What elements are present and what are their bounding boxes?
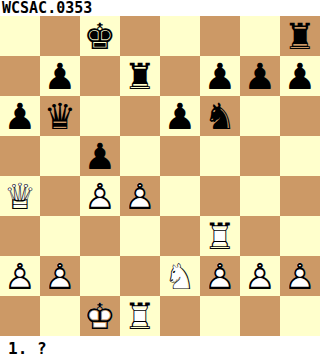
black-pawn-glyph: ♟: [200, 56, 240, 96]
piece-black-rook[interactable]: ♜: [280, 16, 320, 56]
square-d4[interactable]: ♟♙: [120, 176, 160, 216]
piece-white-pawn[interactable]: ♟♙: [200, 256, 240, 296]
square-a8[interactable]: [0, 16, 40, 56]
chess-puzzle-window: WCSAC.0353 ♚♜♟♜♟♟♟♟♛♟♞♟♛♕♟♙♟♙♜♖♟♙♟♙♞♘♟♙♟…: [0, 0, 320, 360]
square-h1[interactable]: [280, 296, 320, 336]
black-pawn-glyph: ♟: [280, 56, 320, 96]
piece-black-rook[interactable]: ♜: [120, 56, 160, 96]
square-g3[interactable]: [240, 216, 280, 256]
square-f8[interactable]: [200, 16, 240, 56]
square-f6[interactable]: ♞: [200, 96, 240, 136]
square-b8[interactable]: [40, 16, 80, 56]
square-e1[interactable]: [160, 296, 200, 336]
square-b6[interactable]: ♛: [40, 96, 80, 136]
black-pawn-glyph: ♟: [80, 136, 120, 176]
square-g6[interactable]: [240, 96, 280, 136]
white-rook-outline: ♖: [120, 296, 160, 336]
black-rook-glyph: ♜: [120, 56, 160, 96]
white-pawn-outline: ♙: [240, 256, 280, 296]
square-f3[interactable]: ♜♖: [200, 216, 240, 256]
square-e7[interactable]: [160, 56, 200, 96]
square-a3[interactable]: [0, 216, 40, 256]
piece-white-pawn[interactable]: ♟♙: [120, 176, 160, 216]
square-b2[interactable]: ♟♙: [40, 256, 80, 296]
piece-white-pawn[interactable]: ♟♙: [240, 256, 280, 296]
square-f4[interactable]: [200, 176, 240, 216]
square-a5[interactable]: [0, 136, 40, 176]
white-pawn-outline: ♙: [80, 176, 120, 216]
square-h7[interactable]: ♟: [280, 56, 320, 96]
piece-white-pawn[interactable]: ♟♙: [40, 256, 80, 296]
square-c5[interactable]: ♟: [80, 136, 120, 176]
square-h6[interactable]: [280, 96, 320, 136]
square-h3[interactable]: [280, 216, 320, 256]
white-pawn-outline: ♙: [280, 256, 320, 296]
square-g5[interactable]: [240, 136, 280, 176]
header: WCSAC.0353: [0, 0, 320, 16]
square-b7[interactable]: ♟: [40, 56, 80, 96]
square-g4[interactable]: [240, 176, 280, 216]
square-h2[interactable]: ♟♙: [280, 256, 320, 296]
square-a6[interactable]: ♟: [0, 96, 40, 136]
square-c7[interactable]: [80, 56, 120, 96]
square-h8[interactable]: ♜: [280, 16, 320, 56]
square-f5[interactable]: [200, 136, 240, 176]
square-f2[interactable]: ♟♙: [200, 256, 240, 296]
piece-white-king[interactable]: ♚♔: [80, 296, 120, 336]
piece-black-pawn[interactable]: ♟: [200, 56, 240, 96]
black-pawn-glyph: ♟: [160, 96, 200, 136]
black-pawn-glyph: ♟: [240, 56, 280, 96]
square-g1[interactable]: [240, 296, 280, 336]
square-d6[interactable]: [120, 96, 160, 136]
black-king-glyph: ♚: [80, 16, 120, 56]
piece-black-pawn[interactable]: ♟: [40, 56, 80, 96]
piece-white-pawn[interactable]: ♟♙: [280, 256, 320, 296]
piece-black-pawn[interactable]: ♟: [160, 96, 200, 136]
square-c6[interactable]: [80, 96, 120, 136]
square-c8[interactable]: ♚: [80, 16, 120, 56]
black-pawn-glyph: ♟: [40, 56, 80, 96]
square-d2[interactable]: [120, 256, 160, 296]
piece-black-pawn[interactable]: ♟: [240, 56, 280, 96]
white-pawn-outline: ♙: [40, 256, 80, 296]
square-e2[interactable]: ♞♘: [160, 256, 200, 296]
square-a4[interactable]: ♛♕: [0, 176, 40, 216]
piece-white-queen[interactable]: ♛♕: [0, 176, 40, 216]
white-pawn-outline: ♙: [0, 256, 40, 296]
black-queen-glyph: ♛: [40, 96, 80, 136]
footer: 1. ?: [0, 336, 320, 360]
square-c1[interactable]: ♚♔: [80, 296, 120, 336]
square-a7[interactable]: [0, 56, 40, 96]
square-e5[interactable]: [160, 136, 200, 176]
square-c2[interactable]: [80, 256, 120, 296]
black-pawn-glyph: ♟: [0, 96, 40, 136]
square-d5[interactable]: [120, 136, 160, 176]
square-c4[interactable]: ♟♙: [80, 176, 120, 216]
piece-black-knight[interactable]: ♞: [200, 96, 240, 136]
square-e6[interactable]: ♟: [160, 96, 200, 136]
white-pawn-outline: ♙: [120, 176, 160, 216]
piece-white-knight[interactable]: ♞♘: [160, 256, 200, 296]
move-prompt: 1. ?: [8, 339, 47, 358]
square-d1[interactable]: ♜♖: [120, 296, 160, 336]
black-knight-glyph: ♞: [200, 96, 240, 136]
square-f7[interactable]: ♟: [200, 56, 240, 96]
piece-white-rook[interactable]: ♜♖: [200, 216, 240, 256]
black-rook-glyph: ♜: [280, 16, 320, 56]
square-f1[interactable]: [200, 296, 240, 336]
square-e8[interactable]: [160, 16, 200, 56]
square-d3[interactable]: [120, 216, 160, 256]
piece-black-king[interactable]: ♚: [80, 16, 120, 56]
square-d8[interactable]: [120, 16, 160, 56]
square-a1[interactable]: [0, 296, 40, 336]
piece-black-pawn[interactable]: ♟: [0, 96, 40, 136]
white-king-outline: ♔: [80, 296, 120, 336]
square-a2[interactable]: ♟♙: [0, 256, 40, 296]
square-e3[interactable]: [160, 216, 200, 256]
square-d7[interactable]: ♜: [120, 56, 160, 96]
piece-white-pawn[interactable]: ♟♙: [80, 176, 120, 216]
white-rook-outline: ♖: [200, 216, 240, 256]
piece-black-pawn[interactable]: ♟: [80, 136, 120, 176]
piece-black-queen[interactable]: ♛: [40, 96, 80, 136]
piece-black-pawn[interactable]: ♟: [280, 56, 320, 96]
square-b1[interactable]: [40, 296, 80, 336]
square-g7[interactable]: ♟: [240, 56, 280, 96]
square-e4[interactable]: [160, 176, 200, 216]
square-b4[interactable]: [40, 176, 80, 216]
piece-white-rook[interactable]: ♜♖: [120, 296, 160, 336]
white-queen-outline: ♕: [0, 176, 40, 216]
square-c3[interactable]: [80, 216, 120, 256]
square-g2[interactable]: ♟♙: [240, 256, 280, 296]
square-b5[interactable]: [40, 136, 80, 176]
square-h4[interactable]: [280, 176, 320, 216]
piece-white-pawn[interactable]: ♟♙: [0, 256, 40, 296]
puzzle-title: WCSAC.0353: [2, 0, 92, 17]
chess-board: ♚♜♟♜♟♟♟♟♛♟♞♟♛♕♟♙♟♙♜♖♟♙♟♙♞♘♟♙♟♙♟♙♚♔♜♖: [0, 16, 320, 336]
white-knight-outline: ♘: [160, 256, 200, 296]
white-pawn-outline: ♙: [200, 256, 240, 296]
square-g8[interactable]: [240, 16, 280, 56]
square-b3[interactable]: [40, 216, 80, 256]
square-h5[interactable]: [280, 136, 320, 176]
